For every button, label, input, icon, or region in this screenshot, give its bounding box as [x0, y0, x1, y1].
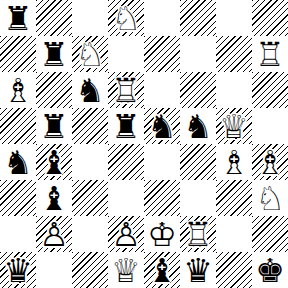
piece-black-queen: ♛♛: [0, 252, 36, 288]
square-a3[interactable]: [0, 180, 36, 216]
piece-glyph: ♜: [111, 110, 141, 143]
square-h3[interactable]: ♞♘: [252, 180, 288, 216]
square-d5[interactable]: ♜♜: [108, 108, 144, 144]
square-a4[interactable]: ♞♞: [0, 144, 36, 180]
piece-halo: ♝: [39, 182, 69, 215]
piece-white-knight: ♞♘: [72, 36, 108, 72]
piece-halo: ♞: [147, 110, 177, 143]
square-f8[interactable]: [180, 0, 216, 36]
square-a6[interactable]: ♝♗: [0, 72, 36, 108]
piece-glyph: ♞: [147, 110, 177, 143]
square-d8[interactable]: ♞♘: [108, 0, 144, 36]
square-e2[interactable]: ♚♔: [144, 216, 180, 252]
piece-halo: ♚: [255, 254, 285, 287]
piece-glyph: ♗: [219, 146, 249, 179]
square-h2[interactable]: [252, 216, 288, 252]
piece-glyph: ♙: [39, 218, 69, 251]
square-c7[interactable]: ♞♘: [72, 36, 108, 72]
piece-halo: ♞: [255, 182, 285, 215]
piece-halo: ♛: [219, 110, 249, 143]
piece-halo: ♜: [111, 110, 141, 143]
square-g8[interactable]: [216, 0, 252, 36]
square-d1[interactable]: ♛♕: [108, 252, 144, 288]
square-f3[interactable]: [180, 180, 216, 216]
piece-glyph: ♖: [255, 38, 285, 71]
piece-glyph: ♝: [39, 146, 69, 179]
piece-white-bishop: ♝♗: [216, 144, 252, 180]
piece-white-pawn: ♟♙: [36, 216, 72, 252]
piece-glyph: ♖: [111, 74, 141, 107]
piece-glyph: ♜: [3, 2, 33, 35]
square-e8[interactable]: [144, 0, 180, 36]
piece-white-queen: ♛♕: [108, 252, 144, 288]
piece-halo: ♞: [111, 2, 141, 35]
square-c1[interactable]: [72, 252, 108, 288]
piece-glyph: ♞: [183, 110, 213, 143]
piece-halo: ♞: [3, 146, 33, 179]
piece-halo: ♜: [3, 2, 33, 35]
piece-glyph: ♘: [75, 38, 105, 71]
square-a7[interactable]: [0, 36, 36, 72]
piece-glyph: ♝: [39, 182, 69, 215]
piece-black-rook: ♜♜: [108, 108, 144, 144]
piece-halo: ♚: [147, 218, 177, 251]
square-e3[interactable]: [144, 180, 180, 216]
square-b1[interactable]: [36, 252, 72, 288]
piece-halo: ♜: [39, 110, 69, 143]
piece-halo: ♞: [183, 110, 213, 143]
piece-glyph: ♗: [255, 146, 285, 179]
piece-glyph: ♖: [183, 218, 213, 251]
piece-halo: ♜: [255, 38, 285, 71]
piece-black-knight: ♞♞: [72, 72, 108, 108]
piece-black-bishop: ♝♝: [36, 144, 72, 180]
piece-halo: ♛: [3, 254, 33, 287]
square-g4[interactable]: ♝♗: [216, 144, 252, 180]
piece-glyph: ♜: [39, 38, 69, 71]
square-d3[interactable]: [108, 180, 144, 216]
square-f1[interactable]: ♛♛: [180, 252, 216, 288]
piece-glyph: ♔: [147, 218, 177, 251]
square-c2[interactable]: [72, 216, 108, 252]
square-g2[interactable]: [216, 216, 252, 252]
square-a2[interactable]: [0, 216, 36, 252]
square-b6[interactable]: [36, 72, 72, 108]
piece-glyph: ♘: [255, 182, 285, 215]
piece-halo: ♝: [255, 146, 285, 179]
square-b5[interactable]: ♜♜: [36, 108, 72, 144]
square-e5[interactable]: ♞♞: [144, 108, 180, 144]
square-b3[interactable]: ♝♝: [36, 180, 72, 216]
piece-halo: ♞: [75, 74, 105, 107]
piece-black-knight: ♞♞: [180, 108, 216, 144]
piece-black-rook: ♜♜: [36, 108, 72, 144]
piece-black-queen: ♛♛: [180, 252, 216, 288]
square-g3[interactable]: [216, 180, 252, 216]
piece-black-knight: ♞♞: [0, 144, 36, 180]
square-f2[interactable]: ♜♖: [180, 216, 216, 252]
piece-white-knight: ♞♘: [252, 180, 288, 216]
square-a8[interactable]: ♜♜: [0, 0, 36, 36]
square-g6[interactable]: [216, 72, 252, 108]
piece-glyph: ♝: [147, 254, 177, 287]
square-h8[interactable]: [252, 0, 288, 36]
square-e6[interactable]: [144, 72, 180, 108]
square-a1[interactable]: ♛♛: [0, 252, 36, 288]
piece-halo: ♝: [219, 146, 249, 179]
square-d6[interactable]: ♜♖: [108, 72, 144, 108]
square-f4[interactable]: [180, 144, 216, 180]
piece-glyph: ♕: [219, 110, 249, 143]
square-c6[interactable]: ♞♞: [72, 72, 108, 108]
square-f7[interactable]: [180, 36, 216, 72]
piece-white-rook: ♜♖: [252, 36, 288, 72]
square-b8[interactable]: [36, 0, 72, 36]
square-h4[interactable]: ♝♗: [252, 144, 288, 180]
piece-halo: ♛: [111, 254, 141, 287]
square-d2[interactable]: ♟♙: [108, 216, 144, 252]
piece-glyph: ♞: [75, 74, 105, 107]
piece-white-bishop: ♝♗: [0, 72, 36, 108]
square-f6[interactable]: [180, 72, 216, 108]
square-e7[interactable]: [144, 36, 180, 72]
piece-halo: ♜: [39, 38, 69, 71]
square-b7[interactable]: ♜♜: [36, 36, 72, 72]
square-f5[interactable]: ♞♞: [180, 108, 216, 144]
piece-glyph: ♙: [111, 218, 141, 251]
piece-glyph: ♘: [111, 2, 141, 35]
square-d7[interactable]: [108, 36, 144, 72]
piece-white-pawn: ♟♙: [108, 216, 144, 252]
piece-glyph: ♛: [3, 254, 33, 287]
piece-halo: ♟: [39, 218, 69, 251]
piece-white-bishop: ♝♗: [252, 144, 288, 180]
square-h1[interactable]: ♚♚: [252, 252, 288, 288]
piece-halo: ♜: [111, 74, 141, 107]
piece-white-rook: ♜♖: [108, 72, 144, 108]
piece-halo: ♝: [3, 74, 33, 107]
square-c8[interactable]: [72, 0, 108, 36]
piece-halo: ♜: [183, 218, 213, 251]
piece-halo: ♟: [111, 218, 141, 251]
piece-white-queen: ♛♕: [216, 108, 252, 144]
square-g7[interactable]: [216, 36, 252, 72]
square-h6[interactable]: [252, 72, 288, 108]
piece-black-bishop: ♝♝: [144, 252, 180, 288]
square-d4[interactable]: [108, 144, 144, 180]
square-h5[interactable]: [252, 108, 288, 144]
piece-black-rook: ♜♜: [0, 0, 36, 36]
piece-glyph: ♕: [111, 254, 141, 287]
square-b2[interactable]: ♟♙: [36, 216, 72, 252]
square-h7[interactable]: ♜♖: [252, 36, 288, 72]
piece-glyph: ♗: [3, 74, 33, 107]
piece-halo: ♛: [183, 254, 213, 287]
square-g1[interactable]: [216, 252, 252, 288]
piece-white-knight: ♞♘: [108, 0, 144, 36]
square-c4[interactable]: [72, 144, 108, 180]
square-e1[interactable]: ♝♝: [144, 252, 180, 288]
piece-glyph: ♜: [39, 110, 69, 143]
chess-board: ♜♜♞♘♜♜♞♘♜♖♝♗♞♞♜♖♜♜♜♜♞♞♞♞♛♕♞♞♝♝♝♗♝♗♝♝♞♘♟♙…: [0, 0, 288, 288]
piece-glyph: ♚: [255, 254, 285, 287]
piece-white-king: ♚♔: [144, 216, 180, 252]
square-e4[interactable]: [144, 144, 180, 180]
piece-black-knight: ♞♞: [144, 108, 180, 144]
square-g5[interactable]: ♛♕: [216, 108, 252, 144]
piece-glyph: ♞: [3, 146, 33, 179]
piece-glyph: ♛: [183, 254, 213, 287]
square-b4[interactable]: ♝♝: [36, 144, 72, 180]
piece-white-rook: ♜♖: [180, 216, 216, 252]
piece-halo: ♝: [39, 146, 69, 179]
square-a5[interactable]: [0, 108, 36, 144]
piece-halo: ♞: [75, 38, 105, 71]
square-c5[interactable]: [72, 108, 108, 144]
piece-black-rook: ♜♜: [36, 36, 72, 72]
square-c3[interactable]: [72, 180, 108, 216]
piece-halo: ♝: [147, 254, 177, 287]
piece-black-bishop: ♝♝: [36, 180, 72, 216]
piece-black-king: ♚♚: [252, 252, 288, 288]
